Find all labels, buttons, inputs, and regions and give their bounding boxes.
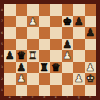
square-e8[interactable] <box>50 4 62 16</box>
square-g1[interactable] <box>73 85 85 97</box>
black-pawn[interactable]: ♟ <box>5 50 14 61</box>
square-e1[interactable] <box>50 85 62 97</box>
square-a6[interactable] <box>4 27 16 39</box>
square-h8[interactable] <box>85 4 97 16</box>
white-pawn[interactable]: ♟ <box>74 73 83 84</box>
square-e6[interactable] <box>50 27 62 39</box>
square-a4[interactable]: ♟ <box>4 50 16 62</box>
square-a8[interactable] <box>4 4 16 16</box>
white-pawn[interactable]: ♟ <box>86 62 95 73</box>
file-label-f: f <box>66 96 69 100</box>
square-a3[interactable] <box>4 62 16 74</box>
black-rook[interactable]: ♜ <box>40 62 49 73</box>
square-c5[interactable] <box>27 39 39 51</box>
square-d7[interactable] <box>39 16 51 28</box>
black-queen[interactable]: ♛ <box>17 50 26 61</box>
square-f1[interactable] <box>62 85 74 97</box>
square-e2[interactable] <box>50 73 62 85</box>
square-f5[interactable]: ♟ <box>62 39 74 51</box>
black-king[interactable]: ♚ <box>63 16 72 27</box>
square-e3[interactable]: ♛ <box>50 62 62 74</box>
black-pawn[interactable]: ♟ <box>63 39 72 50</box>
square-h7[interactable] <box>85 16 97 28</box>
square-c8[interactable] <box>27 4 39 16</box>
file-label-e: e <box>54 96 57 100</box>
square-c6[interactable] <box>27 27 39 39</box>
white-pawn[interactable]: ♟ <box>63 50 72 61</box>
square-b3[interactable]: ♟ <box>16 62 28 74</box>
square-f6[interactable] <box>62 27 74 39</box>
board-grid: ♟♚♟♟♟♟♛♜♟♟♜♛♟♟♟♚ <box>4 4 96 96</box>
square-d3[interactable]: ♜ <box>39 62 51 74</box>
square-h5[interactable] <box>85 39 97 51</box>
square-b4[interactable]: ♛ <box>16 50 28 62</box>
square-f8[interactable] <box>62 4 74 16</box>
black-pawn[interactable]: ♟ <box>17 62 26 73</box>
square-d6[interactable] <box>39 27 51 39</box>
square-h2[interactable]: ♚ <box>85 73 97 85</box>
black-pawn[interactable]: ♟ <box>86 27 95 38</box>
square-f4[interactable]: ♟ <box>62 50 74 62</box>
white-pawn[interactable]: ♟ <box>28 16 37 27</box>
square-d2[interactable] <box>39 73 51 85</box>
square-e7[interactable] <box>50 16 62 28</box>
square-g5[interactable] <box>73 39 85 51</box>
square-a5[interactable] <box>4 39 16 51</box>
square-g6[interactable] <box>73 27 85 39</box>
square-g2[interactable]: ♟ <box>73 73 85 85</box>
square-e4[interactable] <box>50 50 62 62</box>
file-label-a: a <box>8 96 11 100</box>
square-h4[interactable] <box>85 50 97 62</box>
square-d4[interactable] <box>39 50 51 62</box>
black-pawn[interactable]: ♟ <box>74 16 83 27</box>
file-label-d: d <box>43 96 46 100</box>
square-g8[interactable] <box>73 4 85 16</box>
square-d8[interactable] <box>39 4 51 16</box>
square-c3[interactable] <box>27 62 39 74</box>
square-a1[interactable] <box>4 85 16 97</box>
square-f3[interactable] <box>62 62 74 74</box>
square-d1[interactable] <box>39 85 51 97</box>
square-b8[interactable] <box>16 4 28 16</box>
file-label-g: g <box>77 96 80 100</box>
square-b2[interactable]: ♟ <box>16 73 28 85</box>
square-f2[interactable] <box>62 73 74 85</box>
white-pawn[interactable]: ♟ <box>17 73 26 84</box>
square-b1[interactable] <box>16 85 28 97</box>
square-h6[interactable]: ♟ <box>85 27 97 39</box>
black-queen[interactable]: ♛ <box>51 62 60 73</box>
square-b6[interactable] <box>16 27 28 39</box>
square-g7[interactable]: ♟ <box>73 16 85 28</box>
white-rook[interactable]: ♜ <box>28 50 37 61</box>
white-king[interactable]: ♚ <box>86 73 95 84</box>
square-b7[interactable] <box>16 16 28 28</box>
square-c1[interactable] <box>27 85 39 97</box>
file-label-h: h <box>89 96 92 100</box>
square-a2[interactable] <box>4 73 16 85</box>
square-c7[interactable]: ♟ <box>27 16 39 28</box>
chess-board: ♟♚♟♟♟♟♛♜♟♟♜♛♟♟♟♚ 87654321abcdefgh <box>0 0 100 100</box>
square-a7[interactable] <box>4 16 16 28</box>
file-label-c: c <box>31 96 34 100</box>
square-c2[interactable] <box>27 73 39 85</box>
square-h1[interactable] <box>85 85 97 97</box>
square-e5[interactable] <box>50 39 62 51</box>
square-g4[interactable] <box>73 50 85 62</box>
square-c4[interactable]: ♜ <box>27 50 39 62</box>
square-b5[interactable] <box>16 39 28 51</box>
square-g3[interactable] <box>73 62 85 74</box>
square-f7[interactable]: ♚ <box>62 16 74 28</box>
square-h3[interactable]: ♟ <box>85 62 97 74</box>
file-label-b: b <box>20 96 23 100</box>
square-d5[interactable] <box>39 39 51 51</box>
